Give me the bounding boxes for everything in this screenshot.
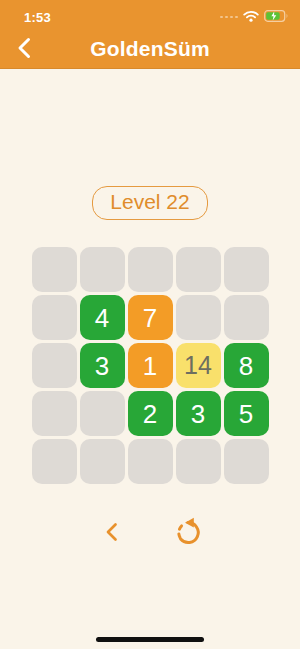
board-cell-r3c3[interactable]: 3 xyxy=(176,391,221,436)
board-cell-r4c1 xyxy=(80,439,125,484)
board-cell-r2c3[interactable]: 14 xyxy=(176,343,221,388)
controls-bar xyxy=(0,515,300,551)
board-cell-r1c2[interactable]: 7 xyxy=(128,295,173,340)
board-cell-r0c3 xyxy=(176,247,221,292)
nav-bar: GoldenSüm xyxy=(0,30,300,69)
board-cell-r2c2[interactable]: 1 xyxy=(128,343,173,388)
app-title: GoldenSüm xyxy=(90,37,210,61)
chevron-left-icon xyxy=(104,522,119,545)
undo-button[interactable] xyxy=(94,515,128,551)
board-cell-r3c2[interactable]: 2 xyxy=(128,391,173,436)
board-cell-r0c0 xyxy=(32,247,77,292)
board-grid: 4731148235 xyxy=(32,247,269,484)
board-cell-r4c2 xyxy=(128,439,173,484)
board-cell-r2c0 xyxy=(32,343,77,388)
board-cell-r1c3 xyxy=(176,295,221,340)
level-badge: Level 22 xyxy=(92,186,207,220)
restart-rotate-icon xyxy=(174,517,204,550)
status-bar: 1:53 xyxy=(0,0,300,30)
back-button[interactable] xyxy=(10,34,38,64)
clock-time: 1:53 xyxy=(24,10,51,25)
board-cell-r3c1 xyxy=(80,391,125,436)
cellular-signal-icon xyxy=(220,16,238,19)
board-cell-r0c1 xyxy=(80,247,125,292)
wifi-icon xyxy=(243,8,259,26)
board-cell-r3c0 xyxy=(32,391,77,436)
board-cell-r4c4 xyxy=(224,439,269,484)
chevron-left-icon xyxy=(17,37,31,62)
board-cell-r4c0 xyxy=(32,439,77,484)
board-cell-r1c4 xyxy=(224,295,269,340)
board-cell-r0c4 xyxy=(224,247,269,292)
battery-charging-icon xyxy=(264,8,288,26)
home-indicator[interactable] xyxy=(96,637,204,642)
board-cell-r1c1[interactable]: 4 xyxy=(80,295,125,340)
board-cell-r2c1[interactable]: 3 xyxy=(80,343,125,388)
app-header: 1:53 xyxy=(0,0,300,69)
restart-button[interactable] xyxy=(172,515,206,551)
board-cell-r3c4[interactable]: 5 xyxy=(224,391,269,436)
status-icons xyxy=(220,8,288,26)
board-cell-r0c2 xyxy=(128,247,173,292)
board-cell-r2c4[interactable]: 8 xyxy=(224,343,269,388)
board-cell-r1c0 xyxy=(32,295,77,340)
board-cell-r4c3 xyxy=(176,439,221,484)
